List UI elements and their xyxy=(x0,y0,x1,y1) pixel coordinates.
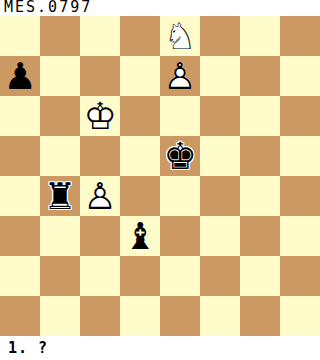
piece-white-pawn-c4[interactable]: ♟♙ xyxy=(80,176,120,216)
square-c1[interactable] xyxy=(80,296,120,336)
square-d4[interactable] xyxy=(120,176,160,216)
square-g5[interactable] xyxy=(240,136,280,176)
square-a5[interactable] xyxy=(0,136,40,176)
diagram-title: MES.0797 xyxy=(4,0,92,16)
square-d2[interactable] xyxy=(120,256,160,296)
square-a4[interactable] xyxy=(0,176,40,216)
square-b1[interactable] xyxy=(40,296,80,336)
piece-black-rook-b4[interactable]: ♜ xyxy=(40,176,80,216)
king-icon: ♔ xyxy=(80,96,120,136)
square-b4[interactable]: ♜ xyxy=(40,176,80,216)
square-h1[interactable] xyxy=(280,296,320,336)
title-bar: MES.0797 xyxy=(0,0,320,16)
square-a1[interactable] xyxy=(0,296,40,336)
piece-black-bishop-d3[interactable]: ♝ xyxy=(120,216,160,256)
square-a6[interactable] xyxy=(0,96,40,136)
square-g3[interactable] xyxy=(240,216,280,256)
square-e5[interactable]: ♚ xyxy=(160,136,200,176)
square-e6[interactable] xyxy=(160,96,200,136)
piece-white-king-c6[interactable]: ♚♔ xyxy=(80,96,120,136)
square-g1[interactable] xyxy=(240,296,280,336)
square-a2[interactable] xyxy=(0,256,40,296)
square-e8[interactable]: ♞♘ xyxy=(160,16,200,56)
rook-icon: ♜ xyxy=(40,176,80,216)
square-b2[interactable] xyxy=(40,256,80,296)
square-f7[interactable] xyxy=(200,56,240,96)
square-h6[interactable] xyxy=(280,96,320,136)
pawn-icon: ♙ xyxy=(160,56,200,96)
square-d1[interactable] xyxy=(120,296,160,336)
square-c7[interactable] xyxy=(80,56,120,96)
square-d5[interactable] xyxy=(120,136,160,176)
pawn-icon: ♟ xyxy=(0,56,40,96)
square-e7[interactable]: ♟♙ xyxy=(160,56,200,96)
square-e2[interactable] xyxy=(160,256,200,296)
square-d6[interactable] xyxy=(120,96,160,136)
square-g2[interactable] xyxy=(240,256,280,296)
square-d8[interactable] xyxy=(120,16,160,56)
king-icon: ♚ xyxy=(160,136,200,176)
square-c2[interactable] xyxy=(80,256,120,296)
square-h2[interactable] xyxy=(280,256,320,296)
piece-black-pawn-a7[interactable]: ♟ xyxy=(0,56,40,96)
square-a3[interactable] xyxy=(0,216,40,256)
square-g7[interactable] xyxy=(240,56,280,96)
square-f8[interactable] xyxy=(200,16,240,56)
bishop-icon: ♝ xyxy=(120,216,160,256)
knight-icon: ♘ xyxy=(160,16,200,56)
square-c4[interactable]: ♟♙ xyxy=(80,176,120,216)
square-f2[interactable] xyxy=(200,256,240,296)
square-h8[interactable] xyxy=(280,16,320,56)
square-d3[interactable]: ♝ xyxy=(120,216,160,256)
piece-white-knight-e8[interactable]: ♞♘ xyxy=(160,16,200,56)
square-b7[interactable] xyxy=(40,56,80,96)
square-g6[interactable] xyxy=(240,96,280,136)
square-c8[interactable] xyxy=(80,16,120,56)
square-d7[interactable] xyxy=(120,56,160,96)
square-b5[interactable] xyxy=(40,136,80,176)
chess-board: ♞♘♟♟♙♚♔♚♜♟♙♝ xyxy=(0,16,320,336)
square-h5[interactable] xyxy=(280,136,320,176)
pawn-icon: ♙ xyxy=(80,176,120,216)
square-e4[interactable] xyxy=(160,176,200,216)
square-h7[interactable] xyxy=(280,56,320,96)
status-bar: 1. ? xyxy=(0,336,320,360)
square-g4[interactable] xyxy=(240,176,280,216)
square-c5[interactable] xyxy=(80,136,120,176)
square-f5[interactable] xyxy=(200,136,240,176)
square-e3[interactable] xyxy=(160,216,200,256)
square-c6[interactable]: ♚♔ xyxy=(80,96,120,136)
square-f4[interactable] xyxy=(200,176,240,216)
square-f3[interactable] xyxy=(200,216,240,256)
square-h3[interactable] xyxy=(280,216,320,256)
square-b6[interactable] xyxy=(40,96,80,136)
square-b3[interactable] xyxy=(40,216,80,256)
square-h4[interactable] xyxy=(280,176,320,216)
move-prompt: 1. ? xyxy=(8,339,48,357)
square-b8[interactable] xyxy=(40,16,80,56)
square-c3[interactable] xyxy=(80,216,120,256)
piece-white-pawn-e7[interactable]: ♟♙ xyxy=(160,56,200,96)
piece-black-king-e5[interactable]: ♚ xyxy=(160,136,200,176)
square-e1[interactable] xyxy=(160,296,200,336)
square-f1[interactable] xyxy=(200,296,240,336)
square-a8[interactable] xyxy=(0,16,40,56)
square-g8[interactable] xyxy=(240,16,280,56)
square-a7[interactable]: ♟ xyxy=(0,56,40,96)
square-f6[interactable] xyxy=(200,96,240,136)
